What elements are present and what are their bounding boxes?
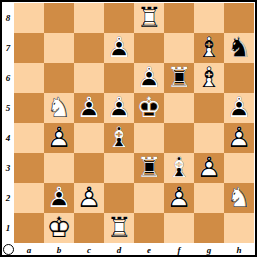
rank-labels: 87654321 xyxy=(2,3,14,243)
square-e8[interactable]: ♜♖ xyxy=(134,3,164,33)
black-king-e5: ♚♔ xyxy=(134,93,164,123)
piece-outline-glyph: ♙ xyxy=(224,123,254,153)
white-pawn-b4: ♟♙ xyxy=(44,123,74,153)
square-g8[interactable] xyxy=(194,3,224,33)
square-c3[interactable] xyxy=(74,153,104,183)
square-g2[interactable] xyxy=(194,183,224,213)
chess-board: ♜♖♟♙♝♗♞♘♟♙♜♖♝♗♞♘♟♙♟♙♚♔♟♙♟♙♝♗♟♙♜♖♝♗♟♙♟♙♟♙… xyxy=(14,3,254,243)
square-g6[interactable]: ♝♗ xyxy=(194,63,224,93)
square-f2[interactable]: ♟♙ xyxy=(164,183,194,213)
square-e7[interactable] xyxy=(134,33,164,63)
square-g1[interactable] xyxy=(194,213,224,243)
square-b1[interactable]: ♚♔ xyxy=(44,213,74,243)
square-a6[interactable] xyxy=(14,63,44,93)
file-label-e: e xyxy=(134,244,164,256)
black-bishop-d4: ♝♗ xyxy=(104,123,134,153)
black-pawn-c5: ♟♙ xyxy=(74,93,104,123)
piece-outline-glyph: ♘ xyxy=(224,183,254,213)
file-label-d: d xyxy=(104,244,134,256)
piece-outline-glyph: ♗ xyxy=(164,153,194,183)
white-king-b1: ♚♔ xyxy=(44,213,74,243)
file-label-b: b xyxy=(44,244,74,256)
rank-label-6: 6 xyxy=(2,63,14,93)
square-a7[interactable] xyxy=(14,33,44,63)
square-e1[interactable] xyxy=(134,213,164,243)
black-pawn-d5: ♟♙ xyxy=(104,93,134,123)
square-h7[interactable]: ♞♘ xyxy=(224,33,254,63)
square-b2[interactable]: ♟♙ xyxy=(44,183,74,213)
rank-label-4: 4 xyxy=(2,123,14,153)
square-h4[interactable]: ♟♙ xyxy=(224,123,254,153)
white-bishop-g6: ♝♗ xyxy=(194,63,224,93)
square-c5[interactable]: ♟♙ xyxy=(74,93,104,123)
black-pawn-e6: ♟♙ xyxy=(134,63,164,93)
square-g4[interactable] xyxy=(194,123,224,153)
square-f5[interactable] xyxy=(164,93,194,123)
rank-label-1: 1 xyxy=(2,213,14,243)
black-pawn-h5: ♟♙ xyxy=(224,93,254,123)
square-h3[interactable] xyxy=(224,153,254,183)
rank-label-2: 2 xyxy=(2,183,14,213)
piece-outline-glyph: ♙ xyxy=(104,33,134,63)
piece-outline-glyph: ♗ xyxy=(194,33,224,63)
white-knight-b5: ♞♘ xyxy=(44,93,74,123)
square-g3[interactable]: ♟♙ xyxy=(194,153,224,183)
rank-label-8: 8 xyxy=(2,3,14,33)
black-pawn-b2: ♟♙ xyxy=(44,183,74,213)
square-h2[interactable]: ♞♘ xyxy=(224,183,254,213)
file-label-f: f xyxy=(164,244,194,256)
square-c8[interactable] xyxy=(74,3,104,33)
square-c7[interactable] xyxy=(74,33,104,63)
square-h8[interactable] xyxy=(224,3,254,33)
piece-outline-glyph: ♙ xyxy=(224,93,254,123)
square-e5[interactable]: ♚♔ xyxy=(134,93,164,123)
white-pawn-g3: ♟♙ xyxy=(194,153,224,183)
white-knight-h2: ♞♘ xyxy=(224,183,254,213)
square-d5[interactable]: ♟♙ xyxy=(104,93,134,123)
piece-outline-glyph: ♙ xyxy=(104,93,134,123)
square-f3[interactable]: ♝♗ xyxy=(164,153,194,183)
white-rook-d1: ♜♖ xyxy=(104,213,134,243)
white-bishop-g7: ♝♗ xyxy=(194,33,224,63)
black-pawn-d7: ♟♙ xyxy=(104,33,134,63)
square-a8[interactable] xyxy=(14,3,44,33)
piece-outline-glyph: ♙ xyxy=(134,63,164,93)
square-e3[interactable]: ♜♖ xyxy=(134,153,164,183)
square-g5[interactable] xyxy=(194,93,224,123)
piece-outline-glyph: ♗ xyxy=(194,63,224,93)
piece-outline-glyph: ♔ xyxy=(134,93,164,123)
square-h1[interactable] xyxy=(224,213,254,243)
piece-outline-glyph: ♙ xyxy=(74,183,104,213)
square-d8[interactable] xyxy=(104,3,134,33)
piece-outline-glyph: ♔ xyxy=(44,213,74,243)
white-rook-e8: ♜♖ xyxy=(134,3,164,33)
square-a5[interactable] xyxy=(14,93,44,123)
square-c2[interactable]: ♟♙ xyxy=(74,183,104,213)
square-e2[interactable] xyxy=(134,183,164,213)
square-b5[interactable]: ♞♘ xyxy=(44,93,74,123)
square-h5[interactable]: ♟♙ xyxy=(224,93,254,123)
square-f4[interactable] xyxy=(164,123,194,153)
black-knight-h7: ♞♘ xyxy=(224,33,254,63)
piece-outline-glyph: ♙ xyxy=(194,153,224,183)
square-a1[interactable] xyxy=(14,213,44,243)
piece-outline-glyph: ♙ xyxy=(44,183,74,213)
rank-label-5: 5 xyxy=(2,93,14,123)
square-h6[interactable] xyxy=(224,63,254,93)
square-a2[interactable] xyxy=(14,183,44,213)
piece-outline-glyph: ♖ xyxy=(164,63,194,93)
black-rook-e3: ♜♖ xyxy=(134,153,164,183)
square-b7[interactable] xyxy=(44,33,74,63)
square-f8[interactable] xyxy=(164,3,194,33)
piece-outline-glyph: ♙ xyxy=(164,183,194,213)
square-e4[interactable] xyxy=(134,123,164,153)
square-d2[interactable] xyxy=(104,183,134,213)
piece-outline-glyph: ♙ xyxy=(74,93,104,123)
square-d1[interactable]: ♜♖ xyxy=(104,213,134,243)
file-label-h: h xyxy=(224,244,254,256)
square-d4[interactable]: ♝♗ xyxy=(104,123,134,153)
square-f1[interactable] xyxy=(164,213,194,243)
white-pawn-f2: ♟♙ xyxy=(164,183,194,213)
piece-outline-glyph: ♖ xyxy=(104,213,134,243)
square-c1[interactable] xyxy=(74,213,104,243)
rank-label-3: 3 xyxy=(2,153,14,183)
piece-outline-glyph: ♗ xyxy=(104,123,134,153)
square-b4[interactable]: ♟♙ xyxy=(44,123,74,153)
square-b6[interactable] xyxy=(44,63,74,93)
white-pawn-h4: ♟♙ xyxy=(224,123,254,153)
square-f7[interactable] xyxy=(164,33,194,63)
square-c6[interactable] xyxy=(74,63,104,93)
square-d6[interactable] xyxy=(104,63,134,93)
file-label-c: c xyxy=(74,244,104,256)
piece-outline-glyph: ♖ xyxy=(134,153,164,183)
square-d7[interactable]: ♟♙ xyxy=(104,33,134,63)
square-c4[interactable] xyxy=(74,123,104,153)
piece-outline-glyph: ♘ xyxy=(44,93,74,123)
square-d3[interactable] xyxy=(104,153,134,183)
piece-outline-glyph: ♖ xyxy=(134,3,164,33)
black-rook-f6: ♜♖ xyxy=(164,63,194,93)
square-f6[interactable]: ♜♖ xyxy=(164,63,194,93)
square-b3[interactable] xyxy=(44,153,74,183)
square-g7[interactable]: ♝♗ xyxy=(194,33,224,63)
chess-diagram: 87654321 ♜♖♟♙♝♗♞♘♟♙♜♖♝♗♞♘♟♙♟♙♚♔♟♙♟♙♝♗♟♙♜… xyxy=(0,0,257,257)
square-e6[interactable]: ♟♙ xyxy=(134,63,164,93)
square-a3[interactable] xyxy=(14,153,44,183)
piece-outline-glyph: ♘ xyxy=(224,33,254,63)
white-pawn-c2: ♟♙ xyxy=(74,183,104,213)
file-label-a: a xyxy=(14,244,44,256)
white-to-move-indicator xyxy=(3,244,14,255)
piece-outline-glyph: ♙ xyxy=(44,123,74,153)
file-label-g: g xyxy=(194,244,224,256)
rank-label-7: 7 xyxy=(2,33,14,63)
file-labels: abcdefgh xyxy=(14,244,254,256)
square-b8[interactable] xyxy=(44,3,74,33)
black-bishop-f3: ♝♗ xyxy=(164,153,194,183)
square-a4[interactable] xyxy=(14,123,44,153)
